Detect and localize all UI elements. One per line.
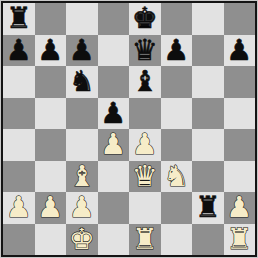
piece-black-queen[interactable]: ♛ <box>132 35 158 67</box>
piece-white-pawn[interactable]: ♟ <box>226 192 252 224</box>
piece-white-knight[interactable]: ♞ <box>163 161 189 193</box>
piece-black-pawn[interactable]: ♟ <box>100 98 126 130</box>
square-g7[interactable] <box>192 35 224 67</box>
square-f1[interactable] <box>161 224 193 256</box>
square-g2[interactable]: ♜ <box>192 192 224 224</box>
square-e7[interactable]: ♛ <box>129 35 161 67</box>
piece-white-pawn[interactable]: ♟ <box>100 129 126 161</box>
square-d2[interactable] <box>98 192 130 224</box>
piece-white-king[interactable]: ♚ <box>69 224 95 256</box>
square-f2[interactable] <box>161 192 193 224</box>
square-e4[interactable]: ♟ <box>129 129 161 161</box>
square-g6[interactable] <box>192 66 224 98</box>
square-d3[interactable] <box>98 161 130 193</box>
square-b8[interactable] <box>35 3 67 35</box>
square-h2[interactable]: ♟ <box>224 192 256 224</box>
square-a3[interactable] <box>3 161 35 193</box>
piece-white-pawn[interactable]: ♟ <box>37 192 63 224</box>
square-d1[interactable] <box>98 224 130 256</box>
square-g5[interactable] <box>192 98 224 130</box>
square-g1[interactable] <box>192 224 224 256</box>
square-c3[interactable]: ♝ <box>66 161 98 193</box>
square-e5[interactable] <box>129 98 161 130</box>
square-f4[interactable] <box>161 129 193 161</box>
chess-board-frame: ♜♚♟♟♟♛♟♟♞♝♟♟♟♝♛♞♟♟♟♜♟♚♜♜ <box>1 1 257 257</box>
square-f6[interactable] <box>161 66 193 98</box>
square-c4[interactable] <box>66 129 98 161</box>
piece-black-bishop[interactable]: ♝ <box>132 66 158 98</box>
piece-white-rook[interactable]: ♜ <box>132 224 158 256</box>
piece-black-pawn[interactable]: ♟ <box>37 35 63 67</box>
piece-white-bishop[interactable]: ♝ <box>69 161 95 193</box>
square-d7[interactable] <box>98 35 130 67</box>
square-d4[interactable]: ♟ <box>98 129 130 161</box>
square-h6[interactable] <box>224 66 256 98</box>
square-h3[interactable] <box>224 161 256 193</box>
square-c1[interactable]: ♚ <box>66 224 98 256</box>
piece-black-rook[interactable]: ♜ <box>6 3 32 35</box>
piece-white-pawn[interactable]: ♟ <box>132 129 158 161</box>
square-b4[interactable] <box>35 129 67 161</box>
square-e6[interactable]: ♝ <box>129 66 161 98</box>
square-h4[interactable] <box>224 129 256 161</box>
square-a5[interactable] <box>3 98 35 130</box>
square-a6[interactable] <box>3 66 35 98</box>
piece-white-rook[interactable]: ♜ <box>226 224 252 256</box>
piece-black-pawn[interactable]: ♟ <box>226 35 252 67</box>
piece-black-knight[interactable]: ♞ <box>69 66 95 98</box>
square-c8[interactable] <box>66 3 98 35</box>
square-c7[interactable]: ♟ <box>66 35 98 67</box>
chess-board: ♜♚♟♟♟♛♟♟♞♝♟♟♟♝♛♞♟♟♟♜♟♚♜♜ <box>3 3 255 255</box>
square-a8[interactable]: ♜ <box>3 3 35 35</box>
square-g3[interactable] <box>192 161 224 193</box>
square-h1[interactable]: ♜ <box>224 224 256 256</box>
square-h8[interactable] <box>224 3 256 35</box>
square-c2[interactable]: ♟ <box>66 192 98 224</box>
square-b1[interactable] <box>35 224 67 256</box>
square-c6[interactable]: ♞ <box>66 66 98 98</box>
square-f8[interactable] <box>161 3 193 35</box>
square-f3[interactable]: ♞ <box>161 161 193 193</box>
square-e8[interactable]: ♚ <box>129 3 161 35</box>
square-e3[interactable]: ♛ <box>129 161 161 193</box>
square-a1[interactable] <box>3 224 35 256</box>
square-c5[interactable] <box>66 98 98 130</box>
piece-black-pawn[interactable]: ♟ <box>69 35 95 67</box>
square-f7[interactable]: ♟ <box>161 35 193 67</box>
square-a4[interactable] <box>3 129 35 161</box>
piece-black-king[interactable]: ♚ <box>132 3 158 35</box>
piece-black-pawn[interactable]: ♟ <box>6 35 32 67</box>
square-g4[interactable] <box>192 129 224 161</box>
square-f5[interactable] <box>161 98 193 130</box>
square-b2[interactable]: ♟ <box>35 192 67 224</box>
square-b5[interactable] <box>35 98 67 130</box>
square-b7[interactable]: ♟ <box>35 35 67 67</box>
square-h5[interactable] <box>224 98 256 130</box>
square-a2[interactable]: ♟ <box>3 192 35 224</box>
square-d5[interactable]: ♟ <box>98 98 130 130</box>
piece-black-rook[interactable]: ♜ <box>195 192 221 224</box>
square-h7[interactable]: ♟ <box>224 35 256 67</box>
square-e2[interactable] <box>129 192 161 224</box>
square-d8[interactable] <box>98 3 130 35</box>
square-b6[interactable] <box>35 66 67 98</box>
piece-white-pawn[interactable]: ♟ <box>69 192 95 224</box>
piece-black-pawn[interactable]: ♟ <box>163 35 189 67</box>
square-a7[interactable]: ♟ <box>3 35 35 67</box>
piece-white-pawn[interactable]: ♟ <box>6 192 32 224</box>
piece-white-queen[interactable]: ♛ <box>132 161 158 193</box>
square-g8[interactable] <box>192 3 224 35</box>
square-b3[interactable] <box>35 161 67 193</box>
square-e1[interactable]: ♜ <box>129 224 161 256</box>
square-d6[interactable] <box>98 66 130 98</box>
